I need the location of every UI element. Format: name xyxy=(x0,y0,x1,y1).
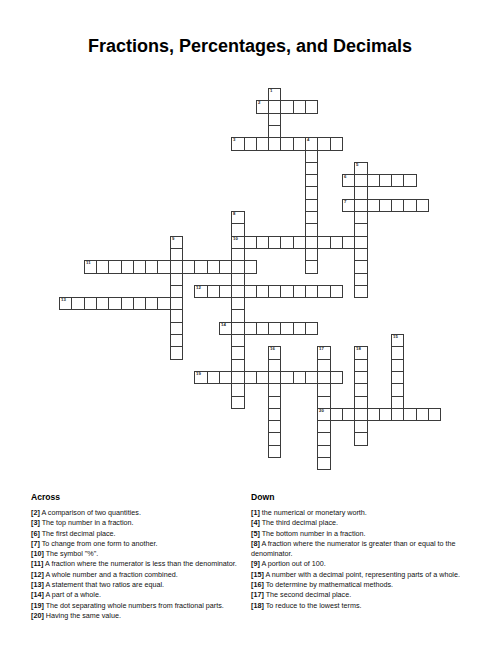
clue-number: [1] xyxy=(251,508,260,517)
grid-cell[interactable] xyxy=(354,432,368,446)
clue-number: [16] xyxy=(251,580,264,589)
cell-number-label: 16 xyxy=(270,347,275,352)
grid-cell[interactable] xyxy=(379,408,392,421)
down-clue-9: [9] A portion out of 100. xyxy=(251,559,479,569)
clue-text: A fraction where the numerator is less t… xyxy=(43,559,236,568)
grid-cell[interactable] xyxy=(231,260,245,274)
clue-text: The first decimal place. xyxy=(40,529,116,538)
down-clue-8: [8] A fraction where the numerator is gr… xyxy=(251,539,479,560)
crossword-grid: 1234567810911121314151617201819 xyxy=(59,88,441,470)
clue-text: A statement that two ratios are equal. xyxy=(44,580,164,589)
clue-text: the numerical or monetary worth. xyxy=(260,508,367,517)
grid-cell[interactable]: 16 xyxy=(268,346,281,360)
grid-cell[interactable] xyxy=(305,260,318,274)
across-clue-11: [11] A fraction where the numerator is l… xyxy=(31,559,251,569)
grid-cell[interactable]: 12 xyxy=(194,285,208,298)
grid-cell[interactable] xyxy=(256,137,269,151)
clue-number: [3] xyxy=(31,518,40,527)
grid-cell[interactable] xyxy=(157,260,171,274)
grid-cell[interactable] xyxy=(268,432,281,446)
grid-cell[interactable] xyxy=(403,408,417,421)
cell-number-label: 7 xyxy=(344,200,346,205)
across-clue-2: [2] A comparison of two quantities. xyxy=(31,508,251,518)
down-clue-17: [17] The second decimal place. xyxy=(251,590,479,600)
grid-cell[interactable] xyxy=(157,297,171,310)
grid-cell[interactable] xyxy=(305,371,318,384)
cell-number-label: 15 xyxy=(393,335,398,340)
crossword-page: Fractions, Percentages, and Decimals 123… xyxy=(0,0,500,647)
across-clue-14: [14] A part of a whole. xyxy=(31,590,251,600)
across-clue-7: [7] To change from one form to another. xyxy=(31,539,251,549)
grid-cell[interactable] xyxy=(219,371,232,384)
clue-text: The top number in a fraction. xyxy=(40,518,134,527)
grid-cell[interactable] xyxy=(391,383,404,397)
grid-cell[interactable]: 14 xyxy=(219,322,232,335)
grid-cell[interactable] xyxy=(256,371,269,384)
grid-cell[interactable] xyxy=(280,137,294,151)
across-clue-12: [12] A whole number and a fraction combi… xyxy=(31,570,251,580)
grid-cell[interactable] xyxy=(219,260,232,274)
grid-cell[interactable] xyxy=(231,309,245,323)
across-clue-13: [13] A statement that two ratios are equ… xyxy=(31,580,251,590)
grid-cell[interactable] xyxy=(280,371,294,384)
cell-number-label: 18 xyxy=(356,347,361,352)
cell-number-label: 6 xyxy=(344,175,346,180)
clue-text: The second decimal place. xyxy=(264,590,351,599)
clue-text: Having the same value. xyxy=(44,611,121,620)
grid-cell[interactable] xyxy=(330,137,343,151)
grid-cell[interactable] xyxy=(268,445,281,458)
grid-cell[interactable]: 3 xyxy=(231,137,245,151)
grid-cell[interactable] xyxy=(354,186,368,200)
clue-number: [8] xyxy=(251,539,260,548)
cell-number-label: 17 xyxy=(319,347,324,352)
across-clue-20: [20] Having the same value. xyxy=(31,611,251,621)
clue-number: [12] xyxy=(31,570,44,579)
across-clues: Across [2] A comparison of two quantitie… xyxy=(31,492,251,621)
clue-text: A comparison of two quantities. xyxy=(40,508,141,517)
grid-cell[interactable] xyxy=(317,285,331,298)
grid-cell[interactable] xyxy=(280,285,294,298)
clue-text: The symbol "%". xyxy=(44,549,99,558)
cell-number-label: 4 xyxy=(307,138,309,143)
clue-text: To reduce to the lowest terms. xyxy=(264,601,362,610)
down-header: Down xyxy=(251,492,479,502)
grid-cell[interactable] xyxy=(342,236,355,249)
clue-number: [2] xyxy=(31,508,40,517)
grid-cell[interactable] xyxy=(231,383,245,397)
clue-number: [7] xyxy=(31,539,40,548)
clue-number: [4] xyxy=(251,518,260,527)
cell-number-label: 13 xyxy=(61,298,66,303)
clue-number: [19] xyxy=(31,601,44,610)
grid-cell[interactable]: 2 xyxy=(256,100,269,114)
clue-number: [9] xyxy=(251,559,260,568)
grid-cell[interactable] xyxy=(428,408,441,421)
grid-cell[interactable] xyxy=(231,346,245,360)
clue-text: The bottom number in a fraction. xyxy=(260,529,366,538)
grid-cell[interactable] xyxy=(354,260,368,274)
clue-text: To determine by mathematical methods. xyxy=(264,580,393,589)
cell-number-label: 8 xyxy=(233,212,235,217)
cell-number-label: 14 xyxy=(221,323,226,328)
grid-cell[interactable] xyxy=(170,309,183,323)
grid-cell[interactable] xyxy=(354,223,368,237)
grid-cell[interactable] xyxy=(317,383,331,397)
clue-text: A fraction where the numerator is greate… xyxy=(251,539,456,558)
grid-cell[interactable] xyxy=(305,100,318,114)
grid-cell[interactable] xyxy=(403,199,417,212)
grid-cell[interactable] xyxy=(280,100,294,114)
grid-cell[interactable] xyxy=(305,322,318,335)
grid-cell[interactable] xyxy=(330,371,343,384)
grid-cell[interactable] xyxy=(317,432,331,446)
grid-cell[interactable]: 6 xyxy=(342,174,355,187)
cell-number-label: 19 xyxy=(196,372,201,377)
cell-number-label: 12 xyxy=(196,286,201,291)
grid-cell[interactable] xyxy=(231,396,245,409)
clue-text: To change from one form to another. xyxy=(40,539,158,548)
grid-cell[interactable] xyxy=(317,236,331,249)
grid-cell[interactable] xyxy=(219,285,232,298)
clue-text: A portion out of 100. xyxy=(260,559,326,568)
grid-cell[interactable] xyxy=(317,137,331,151)
grid-cell[interactable] xyxy=(317,457,331,470)
grid-cell[interactable]: 7 xyxy=(342,199,355,212)
grid-cell[interactable] xyxy=(354,285,368,298)
grid-cell[interactable] xyxy=(342,408,355,421)
grid-cell[interactable] xyxy=(293,236,306,249)
grid-cell[interactable] xyxy=(170,346,183,360)
clue-text: A part of a whole. xyxy=(44,590,101,599)
page-title: Fractions, Percentages, and Decimals xyxy=(0,36,500,57)
clue-number: [15] xyxy=(251,570,264,579)
grid-cell[interactable] xyxy=(280,322,294,335)
down-clue-1: [1] the numerical or monetary worth. xyxy=(251,508,479,518)
across-header: Across xyxy=(31,492,251,502)
grid-cell[interactable] xyxy=(403,174,417,187)
grid-cell[interactable] xyxy=(305,186,318,200)
grid-cell[interactable] xyxy=(108,260,122,274)
clue-number: [11] xyxy=(31,559,43,568)
across-clue-3: [3] The top number in a fraction. xyxy=(31,518,251,528)
across-clue-19: [19] The dot separating whole numbers fr… xyxy=(31,601,251,611)
across-clue-list: [2] A comparison of two quantities.[3] T… xyxy=(31,508,251,621)
across-clue-6: [6] The first decimal place. xyxy=(31,529,251,539)
clue-number: [13] xyxy=(31,580,44,589)
grid-cell[interactable] xyxy=(231,223,245,237)
grid-cell[interactable] xyxy=(244,260,257,274)
grid-cell[interactable] xyxy=(194,260,208,274)
down-clue-5: [5] The bottom number in a fraction. xyxy=(251,529,479,539)
clue-text: A whole number and a fraction combined. xyxy=(44,570,178,579)
clue-number: [20] xyxy=(31,611,44,620)
down-clue-list: [1] the numerical or monetary worth.[4] … xyxy=(251,508,479,611)
grid-cell[interactable] xyxy=(391,346,404,360)
clue-number: [17] xyxy=(251,590,264,599)
clue-number: [6] xyxy=(31,529,40,538)
cell-number-label: 11 xyxy=(86,261,91,266)
clue-number: [5] xyxy=(251,529,260,538)
clue-text: A number with a decimal point, represent… xyxy=(264,570,460,579)
down-clues: Down [1] the numerical or monetary worth… xyxy=(251,492,479,611)
grid-cell[interactable] xyxy=(108,297,122,310)
clue-number: [10] xyxy=(31,549,44,558)
clue-text: The third decimal place. xyxy=(260,518,338,527)
grid-cell[interactable] xyxy=(330,285,343,298)
across-clue-10: [10] The symbol "%". xyxy=(31,549,251,559)
cell-number-label: 10 xyxy=(233,237,238,242)
grid-cell[interactable]: 19 xyxy=(194,371,208,384)
grid-cell[interactable] xyxy=(305,223,318,237)
clue-text: The dot separating whole numbers from fr… xyxy=(44,601,224,610)
grid-cell[interactable] xyxy=(268,383,281,397)
cell-number-label: 20 xyxy=(319,409,324,414)
cell-number-label: 2 xyxy=(258,101,260,106)
down-clue-16: [16] To determine by mathematical method… xyxy=(251,580,479,590)
cell-number-label: 1 xyxy=(270,89,272,94)
cell-number-label: 3 xyxy=(233,138,235,143)
grid-cell[interactable] xyxy=(354,383,368,397)
cell-number-label: 9 xyxy=(172,237,174,242)
down-clue-18: [18] To reduce to the lowest terms. xyxy=(251,601,479,611)
cell-number-label: 5 xyxy=(356,163,358,168)
clue-number: [18] xyxy=(251,601,264,610)
grid-cell[interactable]: 17 xyxy=(317,346,331,360)
grid-cell[interactable] xyxy=(416,199,429,212)
clue-number: [14] xyxy=(31,590,44,599)
grid-cell[interactable] xyxy=(71,297,85,310)
down-clue-4: [4] The third decimal place. xyxy=(251,518,479,528)
grid-cell[interactable] xyxy=(280,236,294,249)
grid-cell[interactable]: 18 xyxy=(354,346,368,360)
down-clue-15: [15] A number with a decimal point, repr… xyxy=(251,570,479,580)
